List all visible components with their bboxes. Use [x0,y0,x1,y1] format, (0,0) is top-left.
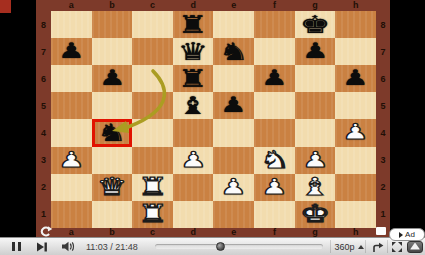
square-f5 [254,92,295,119]
square-d5: ♝ [173,92,214,119]
black-pawn-g7: ♟ [302,41,329,62]
rank-label-6: 6 [36,65,51,92]
chevron-up-icon [358,245,364,249]
rank-label-7: 7 [376,38,390,65]
black-pawn-e5: ♟ [220,95,247,116]
square-g8: ♚ [295,11,336,38]
white-pawn-g3: ♟ [302,149,329,170]
square-b5 [92,92,133,119]
board-grid: ♜♚♟♛♞♟♟♜♟♟♝♟♞♟♟♟♞♟♛♜♟♟♝♜♚ [51,11,376,228]
pause-button[interactable] [4,238,28,255]
chess-board: abcdefgh abcdefgh 87654321 87654321 ♜♚♟♛… [36,0,390,237]
file-label-h: h [335,0,376,11]
square-e1 [213,201,254,228]
square-h7 [335,38,376,65]
square-f8 [254,11,295,38]
black-rook-d8: ♜ [178,12,209,36]
square-d1 [173,201,214,228]
file-label-g: g [295,227,336,237]
black-pawn-f6: ♟ [261,68,288,89]
square-a4 [51,119,92,146]
file-label-c: c [132,227,173,237]
square-d2 [173,174,214,201]
square-b3 [92,147,133,174]
white-pawn-h4: ♟ [342,122,369,143]
square-h4: ♟ [335,119,376,146]
square-h8 [335,11,376,38]
square-b7 [92,38,133,65]
pause-icon [12,242,15,251]
square-e4 [213,119,254,146]
next-icon [37,242,48,252]
rank-label-8: 8 [36,11,51,38]
fullscreen-icon [391,241,403,253]
progress-scrubber[interactable] [216,242,225,251]
rank-label-2: 2 [376,174,390,201]
file-label-b: b [92,227,133,237]
square-f1 [254,201,295,228]
file-label-b: b [92,0,133,11]
black-bishop-d5: ♝ [178,94,209,118]
replay-loop-icon [37,226,53,237]
square-g7: ♟ [295,38,336,65]
popout-icon [407,241,423,253]
time-display: 11:03 / 21:48 [86,238,138,255]
square-b4: ♞ [92,119,133,146]
file-labels-bottom: abcdefgh [51,227,376,237]
ad-label: Ad [405,230,415,239]
black-pawn-a7: ♟ [58,41,85,62]
ad-badge[interactable]: Ad [389,228,425,241]
square-f2: ♟ [254,174,295,201]
square-d4 [173,119,214,146]
black-knight-b4: ♞ [97,121,128,145]
video-player: abcdefgh abcdefgh 87654321 87654321 ♜♚♟♛… [0,0,425,255]
divider [330,240,331,253]
volume-button[interactable] [56,238,82,255]
black-king-g8: ♚ [300,12,331,36]
quality-label: 360p [334,242,354,252]
black-pawn-h6: ♟ [342,68,369,89]
square-e8 [213,11,254,38]
white-pawn-a3: ♟ [58,149,85,170]
rank-label-1: 1 [376,201,390,228]
square-a3: ♟ [51,147,92,174]
control-bar: 11:03 / 21:48 360p [0,237,425,255]
file-label-e: e [214,227,255,237]
rank-label-3: 3 [376,147,390,174]
file-label-c: c [132,0,173,11]
corner-red-patch [0,0,11,13]
rank-label-5: 5 [36,92,51,119]
white-pawn-d3: ♟ [180,149,207,170]
white-pawn-e2: ♟ [220,176,247,197]
square-f3: ♞ [254,147,295,174]
square-h2 [335,174,376,201]
rank-label-6: 6 [376,65,390,92]
square-c4 [132,119,173,146]
white-bishop-g2: ♝ [300,175,331,199]
square-d7: ♛ [173,38,214,65]
black-pawn-b6: ♟ [99,68,126,89]
rank-label-1: 1 [36,201,51,228]
file-label-g: g [295,0,336,11]
square-e6 [213,65,254,92]
square-c3 [132,147,173,174]
progress-bar[interactable] [155,244,323,249]
white-rook-c2: ♜ [137,175,168,199]
square-d3: ♟ [173,147,214,174]
black-knight-e7: ♞ [218,39,249,63]
square-e7: ♞ [213,38,254,65]
pause-icon [18,242,21,251]
file-label-f: f [254,0,295,11]
rank-labels-right: 87654321 [376,11,390,228]
next-button[interactable] [30,238,54,255]
file-label-e: e [214,0,255,11]
square-g5 [295,92,336,119]
square-c2: ♜ [132,174,173,201]
square-g6 [295,65,336,92]
file-label-a: a [51,227,92,237]
ad-play-icon [399,232,403,238]
square-a7: ♟ [51,38,92,65]
square-f7 [254,38,295,65]
square-h5 [335,92,376,119]
square-g2: ♝ [295,174,336,201]
square-e3 [213,147,254,174]
white-queen-b2: ♛ [97,175,128,199]
divider [365,240,366,253]
file-label-a: a [51,0,92,11]
black-queen-d7: ♛ [178,39,209,63]
square-d6: ♜ [173,65,214,92]
square-f6: ♟ [254,65,295,92]
square-a5 [51,92,92,119]
square-a2 [51,174,92,201]
square-e2: ♟ [213,174,254,201]
file-label-f: f [254,227,295,237]
file-labels-top: abcdefgh [51,0,376,11]
white-pawn-f2: ♟ [261,176,288,197]
square-a1 [51,201,92,228]
square-b1 [92,201,133,228]
square-h1 [335,201,376,228]
square-b6: ♟ [92,65,133,92]
white-king-g1: ♚ [300,202,331,226]
square-c7 [132,38,173,65]
square-c1: ♜ [132,201,173,228]
square-a8 [51,11,92,38]
rank-label-5: 5 [376,92,390,119]
square-h6: ♟ [335,65,376,92]
rank-labels-left: 87654321 [36,11,51,228]
square-a6 [51,65,92,92]
file-label-d: d [173,0,214,11]
square-g1: ♚ [295,201,336,228]
rank-label-4: 4 [376,120,390,147]
black-rook-d6: ♜ [178,67,209,91]
square-e5: ♟ [213,92,254,119]
quality-button[interactable]: 360p [334,238,364,255]
square-f4 [254,119,295,146]
white-rook-c1: ♜ [137,202,168,226]
player-size-button[interactable] [367,238,387,255]
video-area[interactable]: abcdefgh abcdefgh 87654321 87654321 ♜♚♟♛… [0,0,425,237]
square-d8: ♜ [173,11,214,38]
rank-label-4: 4 [36,120,51,147]
rank-label-2: 2 [36,174,51,201]
rank-label-8: 8 [376,11,390,38]
square-b8 [92,11,133,38]
volume-icon [62,241,76,252]
file-label-h: h [335,227,376,237]
square-b2: ♛ [92,174,133,201]
annotation-corner-square [376,227,386,235]
resize-arrow-icon [371,241,384,253]
rank-label-3: 3 [36,147,51,174]
white-knight-f3: ♞ [259,148,290,172]
square-h3 [335,147,376,174]
square-g4 [295,119,336,146]
square-c8 [132,11,173,38]
rank-label-7: 7 [36,38,51,65]
square-g3: ♟ [295,147,336,174]
file-label-d: d [173,227,214,237]
square-c6 [132,65,173,92]
square-c5 [132,92,173,119]
